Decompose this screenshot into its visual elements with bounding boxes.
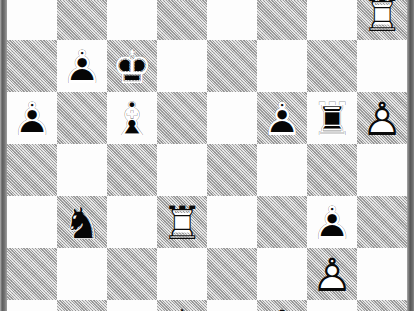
square-g6[interactable]: ♜♖ — [307, 92, 357, 144]
square-b7[interactable]: ♟♙ — [57, 40, 107, 92]
square-a6[interactable]: ♟♙ — [7, 92, 57, 144]
piece-black-rook: ♜♖ — [307, 92, 357, 144]
square-d4[interactable]: ♜♖ — [157, 196, 207, 248]
piece-white-king: ♚♔ — [157, 300, 207, 311]
square-e4[interactable] — [207, 196, 257, 248]
square-c5[interactable] — [107, 144, 157, 196]
square-e7[interactable] — [207, 40, 257, 92]
piece-black-knight: ♞♘ — [57, 196, 107, 248]
square-h3[interactable] — [357, 248, 407, 300]
square-a4[interactable] — [7, 196, 57, 248]
square-b3[interactable] — [57, 248, 107, 300]
piece-black-pawn: ♟♙ — [307, 196, 357, 248]
piece-white-rook: ♜♖ — [357, 0, 407, 40]
square-b8[interactable] — [57, 0, 107, 40]
piece-white-pawn: ♟♙ — [257, 300, 307, 311]
square-f8[interactable] — [257, 0, 307, 40]
square-h4[interactable] — [357, 196, 407, 248]
board-border-left — [0, 0, 7, 311]
piece-black-bishop: ♝♗ — [107, 92, 157, 144]
square-d8[interactable] — [157, 0, 207, 40]
square-b2[interactable] — [57, 300, 107, 311]
square-g7[interactable] — [307, 40, 357, 92]
square-h2[interactable] — [357, 300, 407, 311]
square-e5[interactable] — [207, 144, 257, 196]
square-f4[interactable] — [257, 196, 307, 248]
square-f5[interactable] — [257, 144, 307, 196]
square-e2[interactable] — [207, 300, 257, 311]
square-e8[interactable] — [207, 0, 257, 40]
square-f2[interactable]: ♟♙ — [257, 300, 307, 311]
square-h6[interactable]: ♟♙ — [357, 92, 407, 144]
square-h8[interactable]: ♜♖ — [357, 0, 407, 40]
square-e6[interactable] — [207, 92, 257, 144]
chess-diagram: ♜♖♟♙♚♔♟♙♝♗♟♙♜♖♟♙♞♘♜♖♟♙♟♙♚♔♟♙ — [0, 0, 414, 311]
piece-black-pawn: ♟♙ — [7, 92, 57, 144]
square-d7[interactable] — [157, 40, 207, 92]
piece-white-pawn: ♟♙ — [357, 92, 407, 144]
square-b5[interactable] — [57, 144, 107, 196]
piece-white-rook: ♜♖ — [157, 196, 207, 248]
square-g8[interactable] — [307, 0, 357, 40]
square-g4[interactable]: ♟♙ — [307, 196, 357, 248]
piece-white-pawn: ♟♙ — [307, 248, 357, 300]
square-b6[interactable] — [57, 92, 107, 144]
square-b4[interactable]: ♞♘ — [57, 196, 107, 248]
square-f6[interactable]: ♟♙ — [257, 92, 307, 144]
square-a5[interactable] — [7, 144, 57, 196]
square-f3[interactable] — [257, 248, 307, 300]
square-c8[interactable] — [107, 0, 157, 40]
square-a3[interactable] — [7, 248, 57, 300]
piece-black-king: ♚♔ — [107, 40, 157, 92]
square-d5[interactable] — [157, 144, 207, 196]
square-g2[interactable] — [307, 300, 357, 311]
square-a7[interactable] — [7, 40, 57, 92]
square-c2[interactable] — [107, 300, 157, 311]
square-h5[interactable] — [357, 144, 407, 196]
board-border-right — [407, 0, 414, 311]
square-g3[interactable]: ♟♙ — [307, 248, 357, 300]
square-f7[interactable] — [257, 40, 307, 92]
square-d3[interactable] — [157, 248, 207, 300]
square-d2[interactable]: ♚♔ — [157, 300, 207, 311]
piece-black-pawn: ♟♙ — [57, 40, 107, 92]
square-a8[interactable] — [7, 0, 57, 40]
square-h7[interactable] — [357, 40, 407, 92]
square-c3[interactable] — [107, 248, 157, 300]
chessboard: ♜♖♟♙♚♔♟♙♝♗♟♙♜♖♟♙♞♘♜♖♟♙♟♙♚♔♟♙ — [7, 0, 407, 311]
square-c6[interactable]: ♝♗ — [107, 92, 157, 144]
square-a2[interactable] — [7, 300, 57, 311]
square-c7[interactable]: ♚♔ — [107, 40, 157, 92]
piece-black-pawn: ♟♙ — [257, 92, 307, 144]
square-g5[interactable] — [307, 144, 357, 196]
square-d6[interactable] — [157, 92, 207, 144]
square-e3[interactable] — [207, 248, 257, 300]
square-c4[interactable] — [107, 196, 157, 248]
